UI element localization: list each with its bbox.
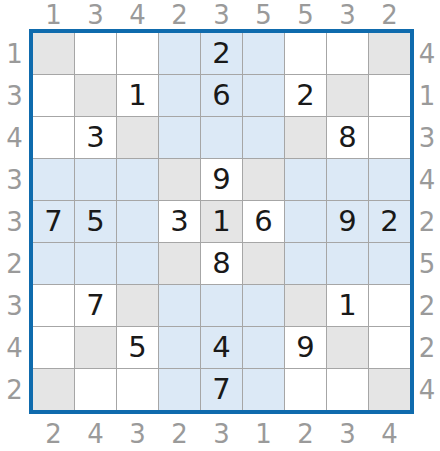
cell-r4c9[interactable]: [369, 159, 410, 200]
cell-r6c3[interactable]: [117, 243, 158, 284]
cell-r6c4[interactable]: [159, 243, 200, 284]
clue-left-5: 3: [0, 201, 29, 242]
clue-bottom-8: 3: [327, 421, 368, 447]
clues-bottom: 243231234: [33, 414, 440, 451]
cell-r9c6[interactable]: [243, 369, 284, 410]
cell-r1c1[interactable]: [33, 33, 74, 74]
cell-r7c6[interactable]: [243, 285, 284, 326]
cell-r4c2[interactable]: [75, 159, 116, 200]
clue-top-9: 2: [369, 2, 410, 28]
cell-r2c7[interactable]: 2: [285, 75, 326, 116]
clue-right-5: 2: [414, 201, 440, 242]
clue-left-7: 3: [0, 285, 29, 326]
cell-r9c1[interactable]: [33, 369, 74, 410]
clue-left-6: 2: [0, 243, 29, 284]
clue-top-1: 1: [33, 2, 74, 28]
cell-r1c6[interactable]: [243, 33, 284, 74]
clues-left: 134332342: [0, 29, 29, 410]
clue-bottom-4: 2: [159, 421, 200, 447]
clue-bottom-3: 3: [117, 421, 158, 447]
cell-r6c5[interactable]: 8: [201, 243, 242, 284]
cell-r1c7[interactable]: [285, 33, 326, 74]
cell-r5c7[interactable]: [285, 201, 326, 242]
cell-r3c5[interactable]: [201, 117, 242, 158]
cell-r3c8[interactable]: 8: [327, 117, 368, 158]
cell-r1c4[interactable]: [159, 33, 200, 74]
clue-left-8: 4: [0, 327, 29, 368]
cell-r2c1[interactable]: [33, 75, 74, 116]
clue-bottom-1: 2: [33, 421, 74, 447]
cell-r1c2[interactable]: [75, 33, 116, 74]
cell-r5c5[interactable]: 1: [201, 201, 242, 242]
cell-r3c4[interactable]: [159, 117, 200, 158]
cell-r2c5[interactable]: 6: [201, 75, 242, 116]
clue-top-3: 4: [117, 2, 158, 28]
clue-top-5: 3: [201, 2, 242, 28]
board-middle-band: 134332342 216238975316928715497 41342522…: [0, 29, 440, 414]
cell-r4c3[interactable]: [117, 159, 158, 200]
cell-r8c7[interactable]: 9: [285, 327, 326, 368]
cell-r2c3[interactable]: 1: [117, 75, 158, 116]
cell-r4c8[interactable]: [327, 159, 368, 200]
cell-r8c4[interactable]: [159, 327, 200, 368]
clue-left-2: 3: [0, 75, 29, 116]
cell-r9c2[interactable]: [75, 369, 116, 410]
cell-r3c3[interactable]: [117, 117, 158, 158]
clue-bottom-2: 4: [75, 421, 116, 447]
cell-r2c8[interactable]: [327, 75, 368, 116]
clue-bottom-6: 1: [243, 421, 284, 447]
cell-r7c3[interactable]: [117, 285, 158, 326]
clues-right: 413425224: [414, 29, 440, 410]
cell-r5c3[interactable]: [117, 201, 158, 242]
clue-right-3: 3: [414, 117, 440, 158]
clue-left-1: 1: [0, 33, 29, 74]
cell-r3c6[interactable]: [243, 117, 284, 158]
cell-r5c9[interactable]: 2: [369, 201, 410, 242]
cell-r4c7[interactable]: [285, 159, 326, 200]
clue-top-4: 2: [159, 2, 200, 28]
cell-r8c2[interactable]: [75, 327, 116, 368]
cell-r7c5[interactable]: [201, 285, 242, 326]
clue-right-7: 2: [414, 285, 440, 326]
cell-r1c9[interactable]: [369, 33, 410, 74]
cell-r1c5[interactable]: 2: [201, 33, 242, 74]
cell-r6c7[interactable]: [285, 243, 326, 284]
cell-r4c6[interactable]: [243, 159, 284, 200]
clue-right-8: 2: [414, 327, 440, 368]
cell-r1c3[interactable]: [117, 33, 158, 74]
cell-r3c9[interactable]: [369, 117, 410, 158]
cell-r8c6[interactable]: [243, 327, 284, 368]
cell-r2c4[interactable]: [159, 75, 200, 116]
cell-r4c4[interactable]: [159, 159, 200, 200]
cell-r9c7[interactable]: [285, 369, 326, 410]
cell-r3c1[interactable]: [33, 117, 74, 158]
skyscraper-sudoku-puzzle: 134235532 134332342 21623897531692871549…: [0, 0, 440, 451]
cell-r5c1[interactable]: 7: [33, 201, 74, 242]
clue-left-9: 2: [0, 369, 29, 410]
cell-r7c4[interactable]: [159, 285, 200, 326]
clue-bottom-9: 4: [369, 421, 410, 447]
cell-r3c2[interactable]: 3: [75, 117, 116, 158]
cell-r4c1[interactable]: [33, 159, 74, 200]
clues-top: 134235532: [33, 0, 440, 29]
cell-r2c9[interactable]: [369, 75, 410, 116]
cell-r9c3[interactable]: [117, 369, 158, 410]
cell-r9c4[interactable]: [159, 369, 200, 410]
cell-r6c6[interactable]: [243, 243, 284, 284]
cell-r6c8[interactable]: [327, 243, 368, 284]
cell-r7c7[interactable]: [285, 285, 326, 326]
cell-r8c5[interactable]: 4: [201, 327, 242, 368]
clue-bottom-5: 3: [201, 421, 242, 447]
clue-right-9: 4: [414, 369, 440, 410]
cell-r7c2[interactable]: 7: [75, 285, 116, 326]
cell-r8c1[interactable]: [33, 327, 74, 368]
cell-r9c8[interactable]: [327, 369, 368, 410]
cell-r7c1[interactable]: [33, 285, 74, 326]
clue-right-2: 1: [414, 75, 440, 116]
cell-r5c6[interactable]: 6: [243, 201, 284, 242]
cell-r6c9[interactable]: [369, 243, 410, 284]
cell-r9c9[interactable]: [369, 369, 410, 410]
sudoku-board: 216238975316928715497: [29, 29, 414, 414]
cell-r8c9[interactable]: [369, 327, 410, 368]
cell-r5c4[interactable]: 3: [159, 201, 200, 242]
cell-r6c2[interactable]: [75, 243, 116, 284]
cell-r9c5[interactable]: 7: [201, 369, 242, 410]
cell-r8c8[interactable]: [327, 327, 368, 368]
clue-left-4: 3: [0, 159, 29, 200]
clue-top-2: 3: [75, 2, 116, 28]
cell-r7c9[interactable]: [369, 285, 410, 326]
cell-r2c2[interactable]: [75, 75, 116, 116]
clue-bottom-7: 2: [285, 421, 326, 447]
clue-top-7: 5: [285, 2, 326, 28]
cell-r1c8[interactable]: [327, 33, 368, 74]
clue-top-8: 3: [327, 2, 368, 28]
cell-r5c8[interactable]: 9: [327, 201, 368, 242]
cell-r4c5[interactable]: 9: [201, 159, 242, 200]
clue-top-6: 5: [243, 2, 284, 28]
cell-r3c7[interactable]: [285, 117, 326, 158]
cell-r8c3[interactable]: 5: [117, 327, 158, 368]
clue-right-6: 5: [414, 243, 440, 284]
cell-r2c6[interactable]: [243, 75, 284, 116]
clue-right-4: 4: [414, 159, 440, 200]
clue-right-1: 4: [414, 33, 440, 74]
cell-r7c8[interactable]: 1: [327, 285, 368, 326]
clue-left-3: 4: [0, 117, 29, 158]
cell-r5c2[interactable]: 5: [75, 201, 116, 242]
cell-r6c1[interactable]: [33, 243, 74, 284]
